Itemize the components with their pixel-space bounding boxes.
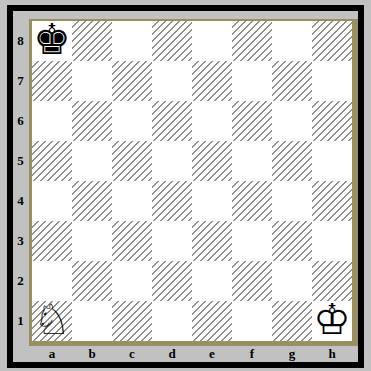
square-g7[interactable]	[272, 61, 312, 101]
rank-label-4: 4	[13, 181, 28, 221]
white-king[interactable]: ♔	[313, 301, 351, 340]
square-f2[interactable]	[232, 261, 272, 301]
file-label-a: a	[32, 346, 72, 362]
file-label-f: f	[232, 346, 272, 362]
rank-label-3: 3	[13, 221, 28, 261]
square-f3[interactable]	[232, 221, 272, 261]
square-g6[interactable]	[272, 101, 312, 141]
rank-label-5: 5	[13, 141, 28, 181]
square-a8[interactable]: ♚	[32, 21, 72, 61]
square-g2[interactable]	[272, 261, 312, 301]
file-label-c: c	[112, 346, 152, 362]
rank-label-7: 7	[13, 61, 28, 101]
square-b6[interactable]	[72, 101, 112, 141]
square-a5[interactable]	[32, 141, 72, 181]
square-g4[interactable]	[272, 181, 312, 221]
square-a2[interactable]	[32, 261, 72, 301]
white-knight[interactable]: ♘	[33, 301, 71, 340]
square-d1[interactable]	[152, 301, 192, 341]
square-e2[interactable]	[192, 261, 232, 301]
square-f8[interactable]	[232, 21, 272, 61]
square-f6[interactable]	[232, 101, 272, 141]
square-g8[interactable]	[272, 21, 312, 61]
square-h2[interactable]	[312, 261, 352, 301]
square-d3[interactable]	[152, 221, 192, 261]
board-border: ♚♘♔	[29, 19, 358, 346]
file-label-e: e	[192, 346, 232, 362]
square-e3[interactable]	[192, 221, 232, 261]
square-d4[interactable]	[152, 181, 192, 221]
square-e6[interactable]	[192, 101, 232, 141]
square-c3[interactable]	[112, 221, 152, 261]
file-label-b: b	[72, 346, 112, 362]
square-c8[interactable]	[112, 21, 152, 61]
square-e7[interactable]	[192, 61, 232, 101]
rank-label-1: 1	[13, 301, 28, 341]
square-a6[interactable]	[32, 101, 72, 141]
square-h8[interactable]	[312, 21, 352, 61]
square-c6[interactable]	[112, 101, 152, 141]
square-e1[interactable]	[192, 301, 232, 341]
square-d5[interactable]	[152, 141, 192, 181]
rank-label-2: 2	[13, 261, 28, 301]
file-label-g: g	[272, 346, 312, 362]
square-h1[interactable]: ♔	[312, 301, 352, 341]
square-a3[interactable]	[32, 221, 72, 261]
square-a1[interactable]: ♘	[32, 301, 72, 341]
square-h4[interactable]	[312, 181, 352, 221]
square-c2[interactable]	[112, 261, 152, 301]
rank-labels: 87654321	[13, 21, 28, 341]
file-label-d: d	[152, 346, 192, 362]
square-g3[interactable]	[272, 221, 312, 261]
square-c1[interactable]	[112, 301, 152, 341]
square-g1[interactable]	[272, 301, 312, 341]
file-labels: abcdefgh	[32, 346, 352, 362]
chess-diagram: 87654321 ♚♘♔ abcdefgh	[0, 0, 371, 371]
square-c7[interactable]	[112, 61, 152, 101]
square-e8[interactable]	[192, 21, 232, 61]
square-b5[interactable]	[72, 141, 112, 181]
rank-label-6: 6	[13, 101, 28, 141]
square-f4[interactable]	[232, 181, 272, 221]
rank-label-8: 8	[13, 21, 28, 61]
diagram-frame: 87654321 ♚♘♔ abcdefgh	[7, 5, 364, 368]
square-b4[interactable]	[72, 181, 112, 221]
square-c5[interactable]	[112, 141, 152, 181]
square-b8[interactable]	[72, 21, 112, 61]
square-b1[interactable]	[72, 301, 112, 341]
square-b7[interactable]	[72, 61, 112, 101]
file-label-h: h	[312, 346, 352, 362]
square-e5[interactable]	[192, 141, 232, 181]
square-d6[interactable]	[152, 101, 192, 141]
square-b2[interactable]	[72, 261, 112, 301]
square-h5[interactable]	[312, 141, 352, 181]
square-h7[interactable]	[312, 61, 352, 101]
square-b3[interactable]	[72, 221, 112, 261]
square-a4[interactable]	[32, 181, 72, 221]
square-f1[interactable]	[232, 301, 272, 341]
square-f7[interactable]	[232, 61, 272, 101]
square-h3[interactable]	[312, 221, 352, 261]
chess-board: ♚♘♔	[32, 21, 352, 341]
square-a7[interactable]	[32, 61, 72, 101]
square-h6[interactable]	[312, 101, 352, 141]
square-d7[interactable]	[152, 61, 192, 101]
square-f5[interactable]	[232, 141, 272, 181]
square-g5[interactable]	[272, 141, 312, 181]
square-d8[interactable]	[152, 21, 192, 61]
square-e4[interactable]	[192, 181, 232, 221]
black-king[interactable]: ♚	[33, 21, 71, 60]
square-d2[interactable]	[152, 261, 192, 301]
square-c4[interactable]	[112, 181, 152, 221]
